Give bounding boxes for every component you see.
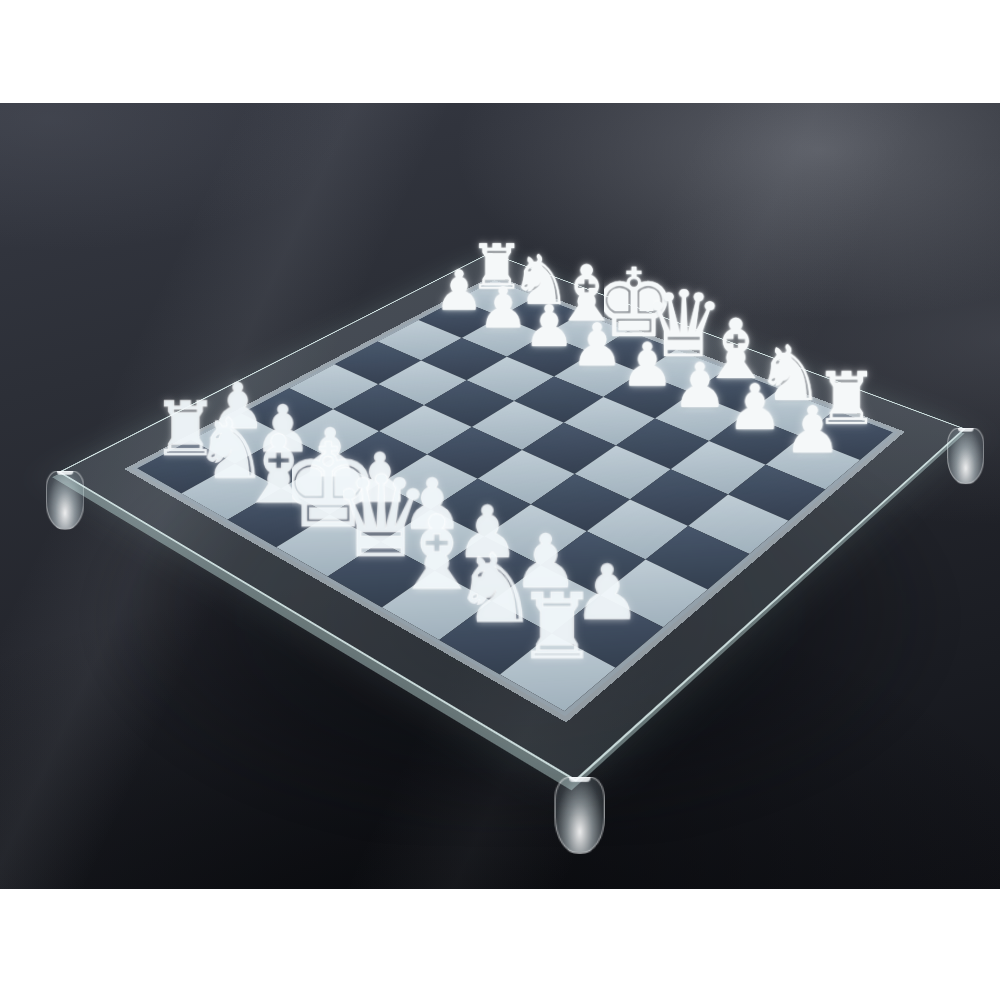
white-pawn-glyph: ♟ <box>673 355 728 417</box>
photo-background: ♜♞♝♚♛♝♞♜♟♟♟♟♟♟♟♟♟♟♟♟♟♟♟♟♜♞♝♚♛♝♞♜ <box>0 103 1000 889</box>
glass-foot-east <box>947 428 984 485</box>
glass-foot-south <box>554 777 605 854</box>
white-pawn-glyph: ♟ <box>784 398 842 463</box>
chess-board: ♜♞♝♚♛♝♞♜♟♟♟♟♟♟♟♟♟♟♟♟♟♟♟♟♜♞♝♚♛♝♞♜ <box>58 253 966 782</box>
square-a3 <box>728 465 825 521</box>
glass-foot-west <box>46 471 85 530</box>
board-grid: ♜♞♝♚♛♝♞♜♟♟♟♟♟♟♟♟♟♟♟♟♟♟♟♟♜♞♝♚♛♝♞♜ <box>137 280 892 711</box>
scene: ♜♞♝♚♛♝♞♜♟♟♟♟♟♟♟♟♟♟♟♟♟♟♟♟♜♞♝♚♛♝♞♜ <box>0 103 1000 889</box>
black-rook-glyph: ♜ <box>517 580 598 671</box>
white-pawn-glyph: ♟ <box>727 376 784 439</box>
white-pawn-a2: ♟ <box>779 392 847 463</box>
black-rook-a8: ♜ <box>517 573 599 671</box>
